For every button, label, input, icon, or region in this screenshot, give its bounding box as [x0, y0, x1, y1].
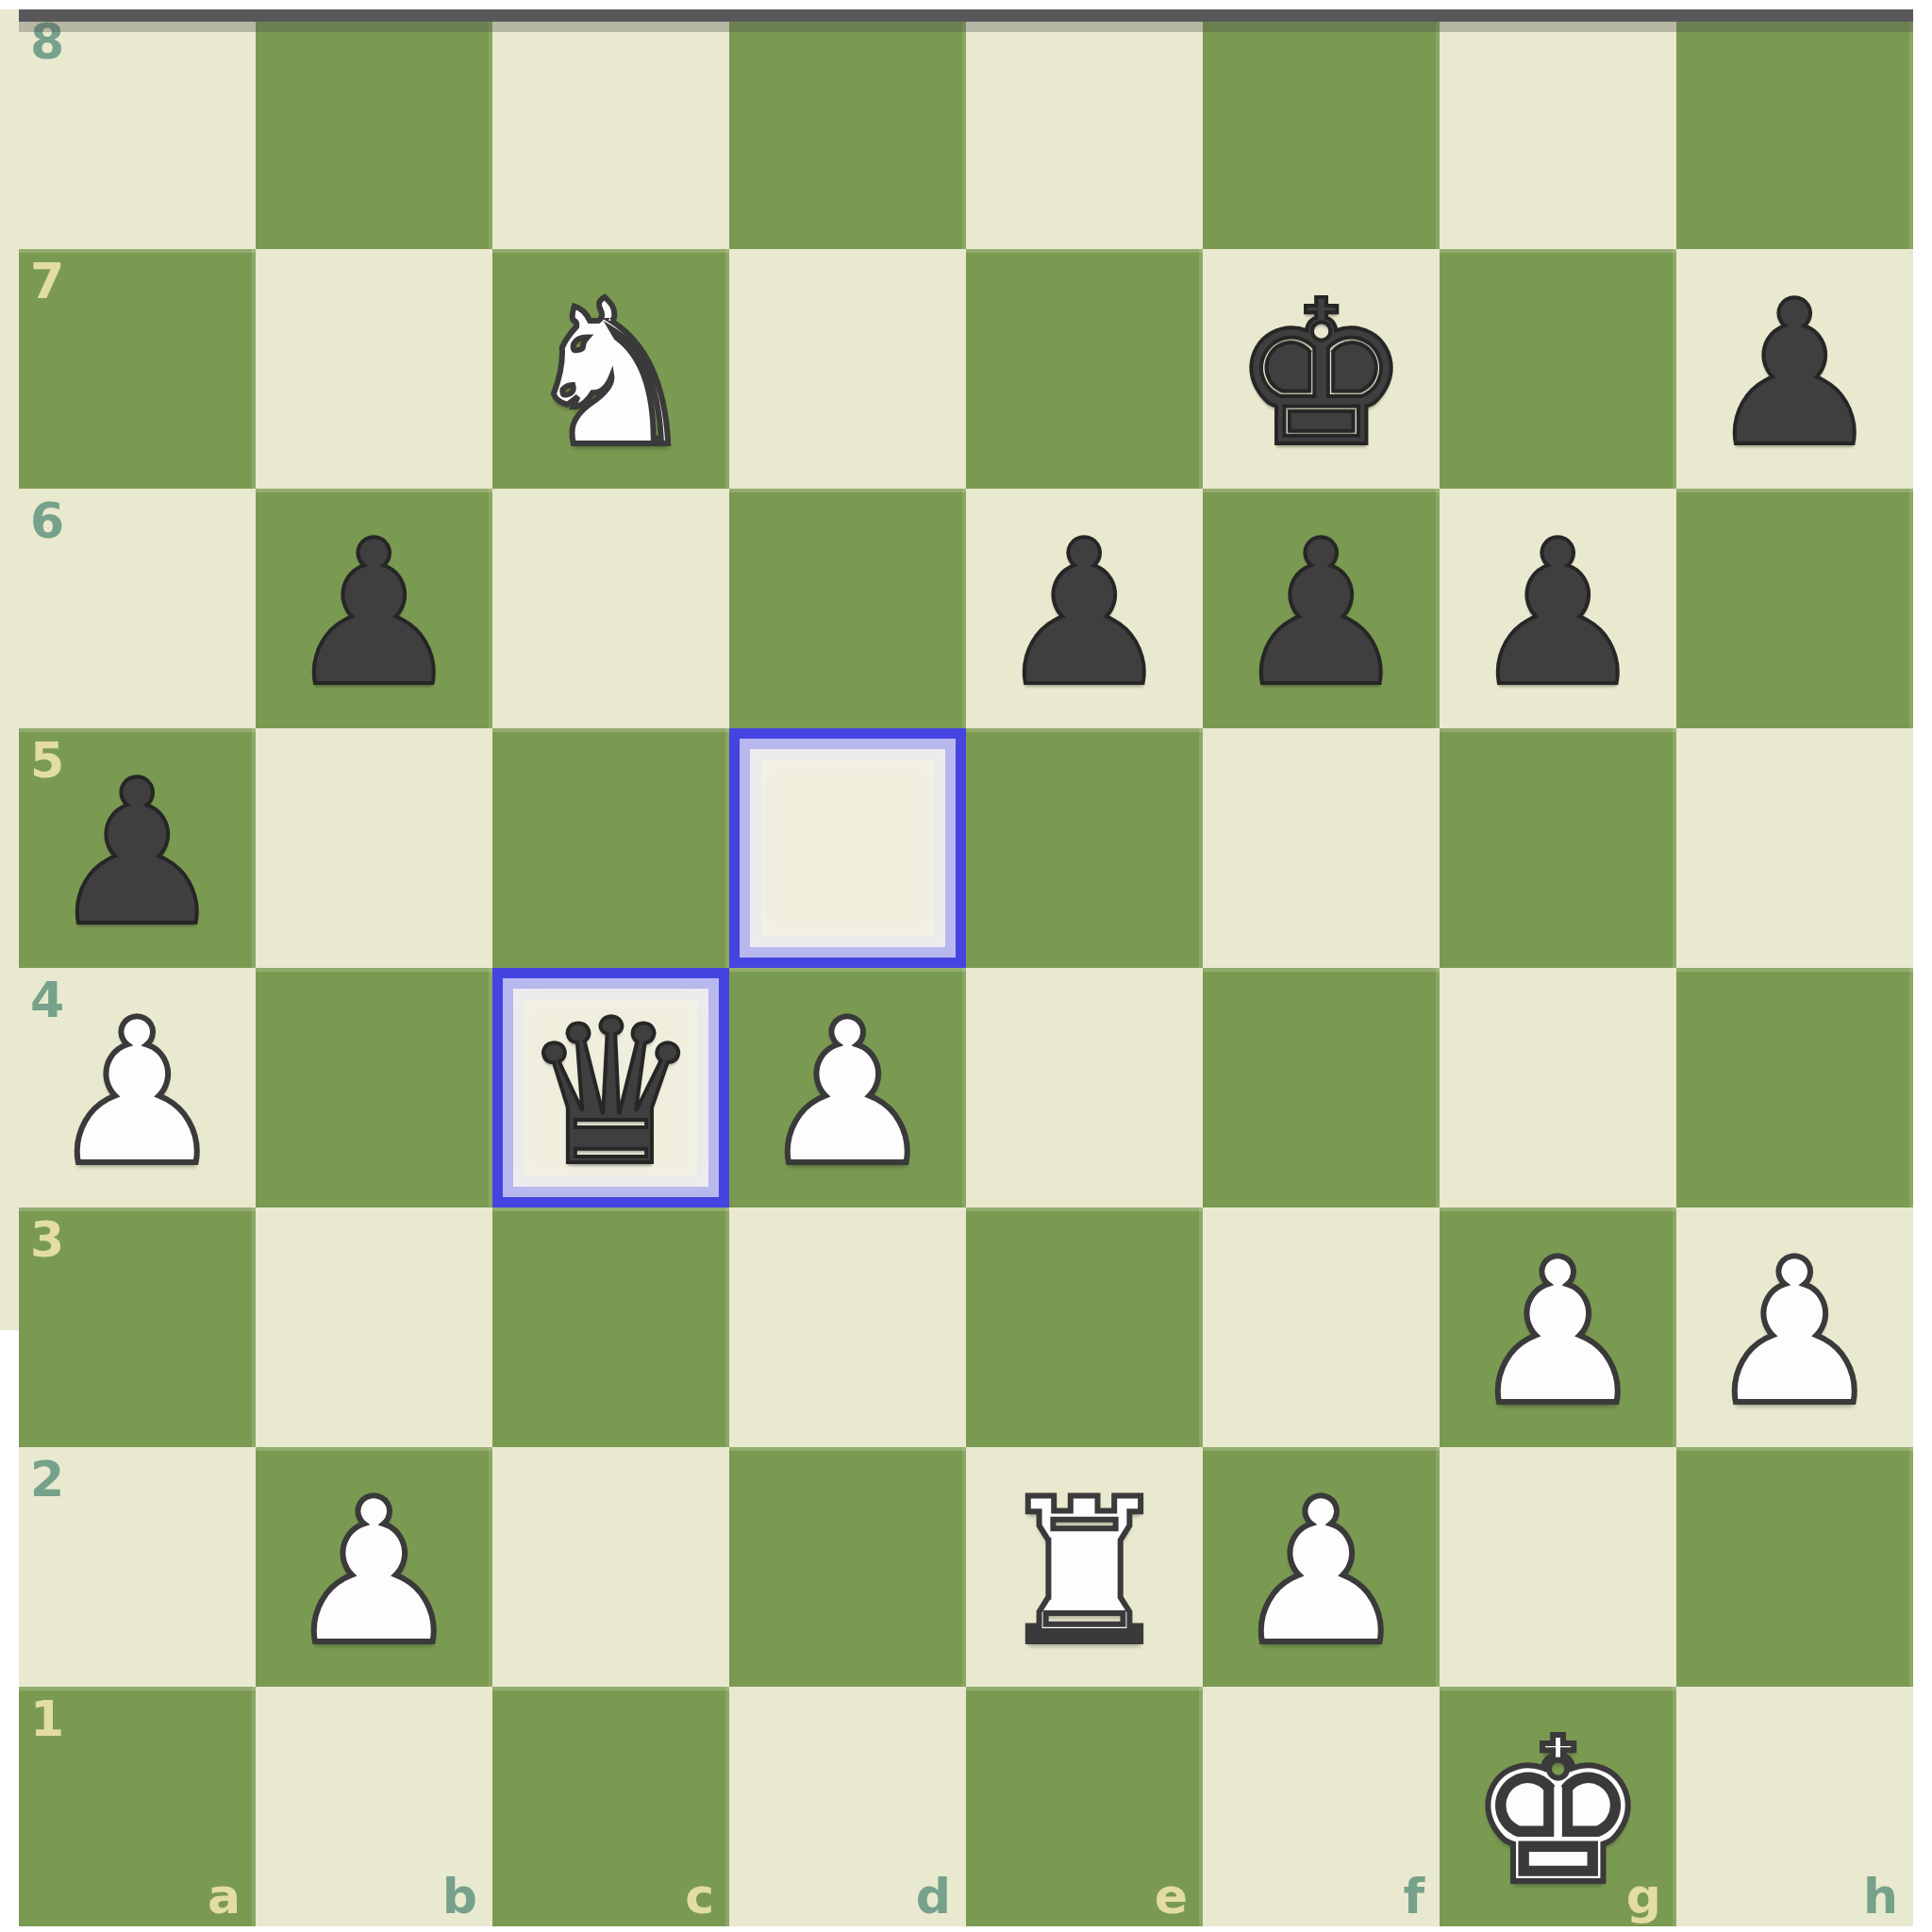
file-label-f: f — [1403, 1872, 1424, 1921]
square-g7[interactable] — [1440, 249, 1676, 489]
square-h5[interactable] — [1676, 728, 1913, 968]
black-pawn-g6[interactable]: ♟ — [1468, 514, 1647, 714]
square-h8[interactable] — [1676, 9, 1913, 249]
square-b3[interactable] — [256, 1207, 492, 1447]
white-pawn-g3[interactable]: ♟ — [1468, 1233, 1647, 1433]
square-d3[interactable] — [729, 1207, 966, 1447]
file-label-a: a — [208, 1872, 241, 1921]
black-king-f7[interactable]: ♚ — [1231, 275, 1410, 475]
square-h6[interactable] — [1676, 489, 1913, 728]
square-g6[interactable]: ♟ — [1440, 489, 1676, 728]
square-g2[interactable] — [1440, 1447, 1676, 1687]
square-e1[interactable]: e — [966, 1687, 1203, 1926]
square-f1[interactable]: f — [1203, 1687, 1440, 1926]
file-label-b: b — [442, 1872, 477, 1921]
rank-label-4: 4 — [30, 975, 64, 1024]
square-f7[interactable]: ♚ — [1203, 249, 1440, 489]
square-a5[interactable]: 5♟ — [19, 728, 256, 968]
rank-label-1: 1 — [30, 1694, 64, 1743]
square-d7[interactable] — [729, 249, 966, 489]
white-king-g1[interactable]: ♚ — [1468, 1712, 1647, 1912]
square-b7[interactable] — [256, 249, 492, 489]
square-f2[interactable]: ♟ — [1203, 1447, 1440, 1687]
white-pawn-d4[interactable]: ♟ — [758, 993, 937, 1193]
file-label-h: h — [1863, 1872, 1898, 1921]
square-a6[interactable]: 6 — [19, 489, 256, 728]
square-b4[interactable] — [256, 968, 492, 1207]
square-g3[interactable]: ♟ — [1440, 1207, 1676, 1447]
white-pawn-a4[interactable]: ♟ — [47, 993, 226, 1193]
rank-label-5: 5 — [30, 736, 64, 785]
square-e4[interactable] — [966, 968, 1203, 1207]
square-h4[interactable] — [1676, 968, 1913, 1207]
rank-label-6: 6 — [30, 496, 64, 545]
square-g8[interactable] — [1440, 9, 1676, 249]
white-pawn-b2[interactable]: ♟ — [284, 1473, 463, 1673]
square-f5[interactable] — [1203, 728, 1440, 968]
square-d5-last-move-from[interactable] — [729, 728, 966, 968]
square-c5[interactable] — [492, 728, 729, 968]
rank-label-2: 2 — [30, 1455, 64, 1504]
white-pawn-h3[interactable]: ♟ — [1705, 1233, 1884, 1433]
square-a2[interactable]: 2 — [19, 1447, 256, 1687]
file-label-g: g — [1626, 1872, 1661, 1921]
square-b8[interactable] — [256, 9, 492, 249]
square-e3[interactable] — [966, 1207, 1203, 1447]
board-left-margin — [0, 9, 19, 1330]
square-c7[interactable]: ♞ — [492, 249, 729, 489]
square-h3[interactable]: ♟ — [1676, 1207, 1913, 1447]
square-g5[interactable] — [1440, 728, 1676, 968]
square-f4[interactable] — [1203, 968, 1440, 1207]
square-c3[interactable] — [492, 1207, 729, 1447]
square-c4-last-move-to[interactable]: ♛ — [492, 968, 729, 1207]
square-d1[interactable]: d — [729, 1687, 966, 1926]
rank-label-7: 7 — [30, 257, 64, 306]
square-g4[interactable] — [1440, 968, 1676, 1207]
square-d6[interactable] — [729, 489, 966, 728]
square-d4[interactable]: ♟ — [729, 968, 966, 1207]
square-g1[interactable]: g♚ — [1440, 1687, 1676, 1926]
square-b6[interactable]: ♟ — [256, 489, 492, 728]
square-c1[interactable]: c — [492, 1687, 729, 1926]
file-label-e: e — [1155, 1872, 1188, 1921]
square-a3[interactable]: 3 — [19, 1207, 256, 1447]
square-c2[interactable] — [492, 1447, 729, 1687]
square-h2[interactable] — [1676, 1447, 1913, 1687]
square-h1[interactable]: h — [1676, 1687, 1913, 1926]
square-c6[interactable] — [492, 489, 729, 728]
square-h7[interactable]: ♟ — [1676, 249, 1913, 489]
square-b1[interactable]: b — [256, 1687, 492, 1926]
square-f3[interactable] — [1203, 1207, 1440, 1447]
square-e5[interactable] — [966, 728, 1203, 968]
square-f8[interactable] — [1203, 9, 1440, 249]
square-e2[interactable]: ♜ — [966, 1447, 1203, 1687]
square-e7[interactable] — [966, 249, 1203, 489]
top-gray-bar-shadow — [19, 22, 1913, 32]
square-a7[interactable]: 7 — [19, 249, 256, 489]
square-c8[interactable] — [492, 9, 729, 249]
black-pawn-e6[interactable]: ♟ — [994, 514, 1174, 714]
square-b2[interactable]: ♟ — [256, 1447, 492, 1687]
square-b5[interactable] — [256, 728, 492, 968]
square-d2[interactable] — [729, 1447, 966, 1687]
top-gray-bar — [19, 9, 1913, 22]
black-pawn-b6[interactable]: ♟ — [284, 514, 463, 714]
black-queen-c4[interactable]: ♛ — [521, 993, 700, 1193]
square-d8[interactable] — [729, 9, 966, 249]
black-pawn-a5[interactable]: ♟ — [47, 754, 226, 954]
black-pawn-f6[interactable]: ♟ — [1231, 514, 1410, 714]
black-pawn-h7[interactable]: ♟ — [1705, 275, 1884, 475]
square-a1[interactable]: 1a — [19, 1687, 256, 1926]
rank-label-3: 3 — [30, 1215, 64, 1264]
white-knight-c7[interactable]: ♞ — [521, 275, 700, 475]
square-a8[interactable]: 8 — [19, 9, 256, 249]
square-e8[interactable] — [966, 9, 1203, 249]
file-label-d: d — [916, 1872, 951, 1921]
chess-board: 87♞♚♟6♟♟♟♟5♟4♟♛♟3♟♟2♟♜♟1abcdefg♚h — [19, 9, 1913, 1926]
square-a4[interactable]: 4♟ — [19, 968, 256, 1207]
white-rook-e2[interactable]: ♜ — [994, 1473, 1174, 1673]
screenshot-canvas: 87♞♚♟6♟♟♟♟5♟4♟♛♟3♟♟2♟♜♟1abcdefg♚h — [0, 0, 1932, 1932]
file-label-c: c — [685, 1872, 714, 1921]
white-pawn-f2[interactable]: ♟ — [1231, 1473, 1410, 1673]
square-e6[interactable]: ♟ — [966, 489, 1203, 728]
square-f6[interactable]: ♟ — [1203, 489, 1440, 728]
